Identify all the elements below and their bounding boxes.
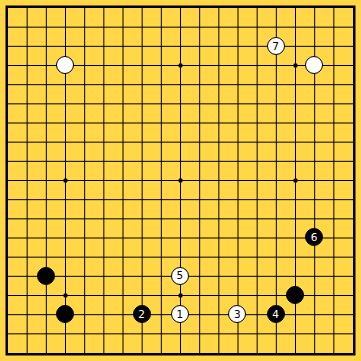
stone-black-H3[interactable]: 2 (133, 305, 151, 323)
stone-black-P3[interactable]: 4 (267, 305, 285, 323)
move-number: 7 (272, 41, 279, 52)
stone-black-R7[interactable]: 6 (305, 228, 323, 246)
stone-black-Q4[interactable] (286, 286, 304, 304)
board-intersection-K5: 5 (170, 266, 189, 285)
stone-white-N3[interactable]: 3 (228, 305, 246, 323)
move-number: 3 (234, 309, 241, 320)
board-intersection-H3: 2 (132, 304, 151, 323)
board-intersection-D3 (55, 304, 74, 323)
board-intersection-P3: 4 (266, 304, 285, 323)
stone-white-K5[interactable]: 5 (171, 267, 189, 285)
stone-black-C5[interactable] (37, 267, 55, 285)
move-number: 6 (311, 232, 318, 243)
move-number: 5 (177, 270, 184, 281)
go-board: 7213546 (0, 0, 361, 361)
board-intersection-D16 (55, 55, 74, 74)
stone-white-R16[interactable] (305, 56, 323, 74)
board-intersection-C5 (36, 266, 55, 285)
board-intersection-P17: 7 (266, 36, 285, 55)
move-number: 2 (138, 309, 145, 320)
board-intersection-Q4 (285, 285, 304, 304)
board-intersection-R7: 6 (304, 228, 323, 247)
stone-white-K3[interactable]: 1 (171, 305, 189, 323)
board-intersection-N3: 3 (228, 304, 247, 323)
move-number: 1 (177, 309, 184, 320)
stone-black-D3[interactable] (56, 305, 74, 323)
move-number: 4 (272, 309, 279, 320)
stone-white-D16[interactable] (56, 56, 74, 74)
board-intersection-K3: 1 (170, 304, 189, 323)
board-intersection-R16 (304, 55, 323, 74)
stones-grid: 7213546 (0, 0, 361, 361)
stone-white-P17[interactable]: 7 (267, 37, 285, 55)
